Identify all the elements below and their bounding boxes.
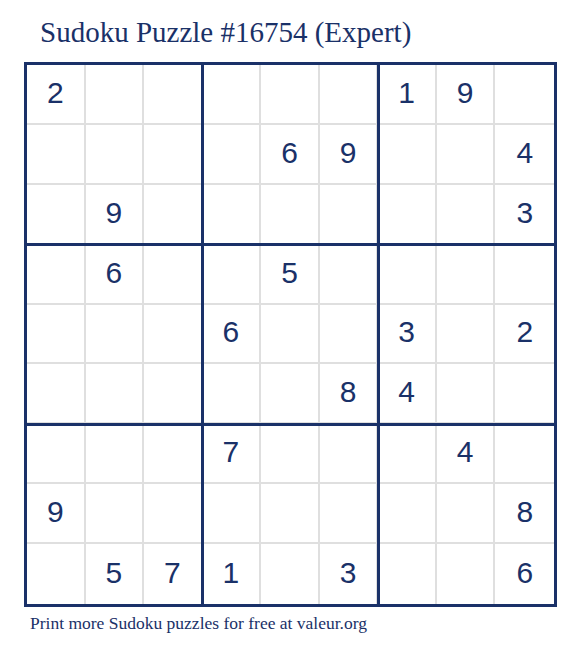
- footer-note: Print more Sudoku puzzles for free at va…: [30, 613, 367, 634]
- cell-r8c2: [86, 484, 145, 544]
- cell-r7c5: [261, 424, 320, 484]
- cell-r3c6: [320, 185, 379, 245]
- cell-r1c8: 9: [437, 65, 496, 125]
- cell-r9c8: [437, 544, 496, 604]
- cell-r2c8: [437, 125, 496, 185]
- cell-r3c8: [437, 185, 496, 245]
- cell-r6c5: [261, 364, 320, 424]
- cell-r3c9: 3: [495, 185, 554, 245]
- cell-r1c3: [144, 65, 203, 125]
- cell-r5c2: [86, 305, 145, 365]
- cell-r1c5: [261, 65, 320, 125]
- cell-r6c6: 8: [320, 364, 379, 424]
- cell-r3c7: [378, 185, 437, 245]
- cell-r6c3: [144, 364, 203, 424]
- cell-r8c6: [320, 484, 379, 544]
- cell-r4c7: [378, 245, 437, 305]
- cell-r3c2: 9: [86, 185, 145, 245]
- cell-r6c7: 4: [378, 364, 437, 424]
- cell-r4c3: [144, 245, 203, 305]
- cell-r6c2: [86, 364, 145, 424]
- sudoku-board: 219694936563284749857136: [24, 62, 557, 607]
- cell-r9c2: 5: [86, 544, 145, 604]
- cell-r7c8: 4: [437, 424, 496, 484]
- box-divider-horizontal-2: [27, 423, 554, 426]
- cell-r8c8: [437, 484, 496, 544]
- cell-r9c1: [27, 544, 86, 604]
- cell-r7c1: [27, 424, 86, 484]
- cell-r4c5: 5: [261, 245, 320, 305]
- cell-r9c3: 7: [144, 544, 203, 604]
- cell-r6c4: [203, 364, 262, 424]
- cell-r3c1: [27, 185, 86, 245]
- box-divider-horizontal-1: [27, 243, 554, 246]
- cell-r5c7: 3: [378, 305, 437, 365]
- cell-r4c8: [437, 245, 496, 305]
- cell-r3c3: [144, 185, 203, 245]
- cell-r6c9: [495, 364, 554, 424]
- cell-r2c6: 9: [320, 125, 379, 185]
- cell-r6c8: [437, 364, 496, 424]
- cell-r5c4: 6: [203, 305, 262, 365]
- cell-r1c1: 2: [27, 65, 86, 125]
- page: Sudoku Puzzle #16754 (Expert) 2196949365…: [0, 0, 580, 651]
- cell-r8c3: [144, 484, 203, 544]
- cell-r1c4: [203, 65, 262, 125]
- cell-r2c5: 6: [261, 125, 320, 185]
- cell-r7c3: [144, 424, 203, 484]
- cell-r8c7: [378, 484, 437, 544]
- cell-r4c9: [495, 245, 554, 305]
- box-divider-vertical-1: [201, 65, 204, 604]
- cell-r3c4: [203, 185, 262, 245]
- cell-r9c4: 1: [203, 544, 262, 604]
- cell-r4c6: [320, 245, 379, 305]
- cell-r7c6: [320, 424, 379, 484]
- cell-r8c9: 8: [495, 484, 554, 544]
- cell-r2c2: [86, 125, 145, 185]
- cell-r9c5: [261, 544, 320, 604]
- cell-r7c7: [378, 424, 437, 484]
- cell-r7c2: [86, 424, 145, 484]
- cell-r9c6: 3: [320, 544, 379, 604]
- cell-r1c2: [86, 65, 145, 125]
- cell-r1c6: [320, 65, 379, 125]
- cell-r4c2: 6: [86, 245, 145, 305]
- cell-r8c1: 9: [27, 484, 86, 544]
- cell-r5c9: 2: [495, 305, 554, 365]
- cell-r6c1: [27, 364, 86, 424]
- cell-r7c4: 7: [203, 424, 262, 484]
- cell-r5c5: [261, 305, 320, 365]
- cell-r2c1: [27, 125, 86, 185]
- cell-r5c1: [27, 305, 86, 365]
- cell-r1c9: [495, 65, 554, 125]
- cell-r5c6: [320, 305, 379, 365]
- cell-r2c9: 4: [495, 125, 554, 185]
- cell-r2c4: [203, 125, 262, 185]
- cell-r2c7: [378, 125, 437, 185]
- cell-r4c4: [203, 245, 262, 305]
- cell-r8c4: [203, 484, 262, 544]
- cell-r8c5: [261, 484, 320, 544]
- cell-r7c9: [495, 424, 554, 484]
- box-divider-vertical-2: [377, 65, 380, 604]
- cell-r9c7: [378, 544, 437, 604]
- cell-r5c8: [437, 305, 496, 365]
- cell-r2c3: [144, 125, 203, 185]
- cell-r9c9: 6: [495, 544, 554, 604]
- cell-r3c5: [261, 185, 320, 245]
- page-title: Sudoku Puzzle #16754 (Expert): [40, 16, 411, 49]
- cell-r5c3: [144, 305, 203, 365]
- cell-r4c1: [27, 245, 86, 305]
- cell-r1c7: 1: [378, 65, 437, 125]
